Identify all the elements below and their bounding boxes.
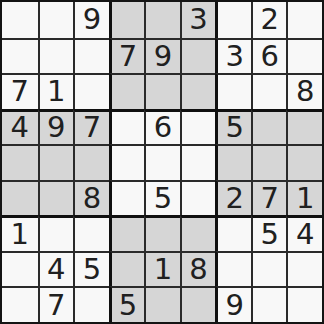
cell-r1c9[interactable] <box>286 2 322 38</box>
cell-r2c4[interactable]: 7 <box>109 38 145 74</box>
cell-r6c2[interactable] <box>38 180 74 216</box>
cell-r6c4[interactable] <box>109 180 145 216</box>
cell-r3c8[interactable] <box>251 73 287 109</box>
cell-r6c5[interactable]: 5 <box>144 180 180 216</box>
cell-r2c6[interactable] <box>180 38 216 74</box>
cell-r2c2[interactable] <box>38 38 74 74</box>
cell-r4c5[interactable]: 6 <box>144 109 180 145</box>
cell-r1c1[interactable] <box>2 2 38 38</box>
cell-r8c7[interactable] <box>215 251 251 287</box>
cell-r8c3[interactable]: 5 <box>73 251 109 287</box>
cell-r5c7[interactable] <box>215 144 251 180</box>
cell-r7c7[interactable] <box>215 215 251 251</box>
cell-r2c9[interactable] <box>286 38 322 74</box>
cell-r5c2[interactable] <box>38 144 74 180</box>
cell-r4c7[interactable]: 5 <box>215 109 251 145</box>
cell-r7c8[interactable]: 5 <box>251 215 287 251</box>
cell-r6c7[interactable]: 2 <box>215 180 251 216</box>
cell-r2c1[interactable] <box>2 38 38 74</box>
cell-r9c7[interactable]: 9 <box>215 286 251 322</box>
cell-r2c3[interactable] <box>73 38 109 74</box>
cell-r9c2[interactable]: 7 <box>38 286 74 322</box>
cell-r3c2[interactable]: 1 <box>38 73 74 109</box>
cell-r9c8[interactable] <box>251 286 287 322</box>
cell-r3c1[interactable]: 7 <box>2 73 38 109</box>
cell-r3c4[interactable] <box>109 73 145 109</box>
cell-r5c1[interactable] <box>2 144 38 180</box>
cell-r8c5[interactable]: 1 <box>144 251 180 287</box>
cell-r7c3[interactable] <box>73 215 109 251</box>
cell-r5c4[interactable] <box>109 144 145 180</box>
cell-r7c9[interactable]: 4 <box>286 215 322 251</box>
cell-r1c3[interactable]: 9 <box>73 2 109 38</box>
cell-r1c8[interactable]: 2 <box>251 2 287 38</box>
cell-r8c6[interactable]: 8 <box>180 251 216 287</box>
cell-r7c4[interactable] <box>109 215 145 251</box>
cell-r2c8[interactable]: 6 <box>251 38 287 74</box>
cell-r7c6[interactable] <box>180 215 216 251</box>
cell-r3c9[interactable]: 8 <box>286 73 322 109</box>
cell-r7c2[interactable] <box>38 215 74 251</box>
cell-r4c2[interactable]: 9 <box>38 109 74 145</box>
cell-r8c4[interactable] <box>109 251 145 287</box>
cell-r5c9[interactable] <box>286 144 322 180</box>
cell-r6c3[interactable]: 8 <box>73 180 109 216</box>
cell-r4c3[interactable]: 7 <box>73 109 109 145</box>
cell-r5c8[interactable] <box>251 144 287 180</box>
cell-r8c2[interactable]: 4 <box>38 251 74 287</box>
cell-r3c6[interactable] <box>180 73 216 109</box>
sudoku-container: 932793671849765852711544518759 <box>0 0 324 324</box>
cell-r6c9[interactable]: 1 <box>286 180 322 216</box>
cell-r1c5[interactable] <box>144 2 180 38</box>
cell-r7c5[interactable] <box>144 215 180 251</box>
cell-r8c9[interactable] <box>286 251 322 287</box>
cell-r2c5[interactable]: 9 <box>144 38 180 74</box>
cell-r4c1[interactable]: 4 <box>2 109 38 145</box>
cell-r3c3[interactable] <box>73 73 109 109</box>
cell-r5c5[interactable] <box>144 144 180 180</box>
cell-r9c6[interactable] <box>180 286 216 322</box>
cell-r8c8[interactable] <box>251 251 287 287</box>
cell-r7c1[interactable]: 1 <box>2 215 38 251</box>
cell-r5c6[interactable] <box>180 144 216 180</box>
cell-r5c3[interactable] <box>73 144 109 180</box>
cell-r9c1[interactable] <box>2 286 38 322</box>
cell-r9c4[interactable]: 5 <box>109 286 145 322</box>
cell-r6c8[interactable]: 7 <box>251 180 287 216</box>
cell-r8c1[interactable] <box>2 251 38 287</box>
cell-r3c5[interactable] <box>144 73 180 109</box>
cell-r1c6[interactable]: 3 <box>180 2 216 38</box>
cell-r4c4[interactable] <box>109 109 145 145</box>
cell-r6c6[interactable] <box>180 180 216 216</box>
sudoku-board: 932793671849765852711544518759 <box>0 0 324 324</box>
cell-r9c3[interactable] <box>73 286 109 322</box>
cell-r4c9[interactable] <box>286 109 322 145</box>
cell-r1c4[interactable] <box>109 2 145 38</box>
cell-r9c9[interactable] <box>286 286 322 322</box>
cell-r3c7[interactable] <box>215 73 251 109</box>
cell-r1c2[interactable] <box>38 2 74 38</box>
cell-r6c1[interactable] <box>2 180 38 216</box>
cell-r4c6[interactable] <box>180 109 216 145</box>
cell-r9c5[interactable] <box>144 286 180 322</box>
cell-r1c7[interactable] <box>215 2 251 38</box>
cell-r2c7[interactable]: 3 <box>215 38 251 74</box>
cell-r4c8[interactable] <box>251 109 287 145</box>
